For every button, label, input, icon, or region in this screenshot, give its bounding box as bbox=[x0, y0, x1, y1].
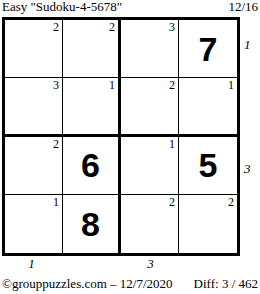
cell-r2c2[interactable]: 1 bbox=[63, 78, 121, 136]
cell-digit bbox=[121, 195, 178, 253]
header: Easy "Sudoku-4-5678" 12/16 bbox=[2, 0, 258, 15]
cell-r3c3[interactable]: 1 bbox=[121, 137, 179, 195]
cell-digit bbox=[5, 78, 62, 133]
cell-r3c4[interactable]: 5 bbox=[179, 137, 237, 195]
cell-r4c1[interactable]: 1 bbox=[5, 195, 63, 253]
cell-r2c1[interactable]: 3 bbox=[5, 78, 63, 136]
cell-digit bbox=[63, 78, 118, 133]
puzzle-title: Easy "Sudoku-4-5678" bbox=[2, 0, 122, 14]
cell-digit bbox=[179, 78, 237, 133]
cell-digit bbox=[179, 195, 237, 253]
cell-r2c4[interactable]: 1 bbox=[179, 78, 237, 136]
cell-r3c2[interactable]: 6 bbox=[63, 137, 121, 195]
cell-r1c3[interactable]: 3 bbox=[121, 20, 179, 78]
sudoku-board: 2 2 3 7 3 1 2 1 2 6 1 5 1 8 2 2 bbox=[2, 17, 240, 256]
puzzle-page: Easy "Sudoku-4-5678" 12/16 2 2 3 7 3 1 2… bbox=[0, 0, 260, 294]
column-label-1: 1 bbox=[2, 257, 61, 271]
copyright-text: ©grouppuzzles.com – 12/7/2020 bbox=[2, 276, 173, 291]
row-label-3: 3 bbox=[244, 162, 251, 176]
cell-r4c4[interactable]: 2 bbox=[179, 195, 237, 253]
cell-r1c4[interactable]: 7 bbox=[179, 20, 237, 78]
cell-digit: 7 bbox=[179, 20, 237, 77]
cell-digit bbox=[5, 20, 62, 77]
cell-r1c1[interactable]: 2 bbox=[5, 20, 63, 78]
cell-r4c2[interactable]: 8 bbox=[63, 195, 121, 253]
cell-digit bbox=[121, 78, 178, 133]
column-label-3: 3 bbox=[121, 257, 180, 271]
cell-r4c3[interactable]: 2 bbox=[121, 195, 179, 253]
cell-r1c2[interactable]: 2 bbox=[63, 20, 121, 78]
cell-digit bbox=[63, 20, 118, 77]
cell-digit: 8 bbox=[63, 195, 118, 253]
cell-r3c1[interactable]: 2 bbox=[5, 137, 63, 195]
cell-digit bbox=[121, 20, 178, 77]
cell-digit: 6 bbox=[63, 137, 118, 194]
footer: ©grouppuzzles.com – 12/7/2020 Diff: 3 / … bbox=[2, 276, 258, 292]
difficulty-text: Diff: 3 / 462 bbox=[194, 276, 258, 291]
progress-counter: 12/16 bbox=[228, 0, 258, 14]
cell-digit bbox=[121, 137, 178, 194]
row-label-1: 1 bbox=[244, 38, 251, 52]
cell-r2c3[interactable]: 2 bbox=[121, 78, 179, 136]
cell-digit: 5 bbox=[179, 137, 237, 194]
cell-digit bbox=[5, 137, 62, 194]
cell-digit bbox=[5, 195, 62, 253]
